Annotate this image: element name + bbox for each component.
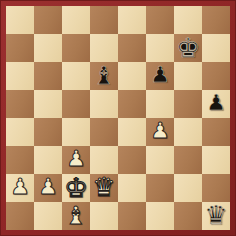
square-d2[interactable]: ♛ xyxy=(90,174,118,202)
square-c1[interactable]: ♝ xyxy=(62,202,90,230)
square-h3[interactable] xyxy=(202,146,230,174)
square-b3[interactable] xyxy=(34,146,62,174)
square-e4[interactable] xyxy=(118,118,146,146)
square-g1[interactable] xyxy=(174,202,202,230)
square-c6[interactable] xyxy=(62,62,90,90)
chess-board: ♚♝♟♟♟♟♟♟♚♛♝♛ xyxy=(6,6,230,230)
piece-black-pawn[interactable]: ♟ xyxy=(206,92,226,114)
square-e2[interactable] xyxy=(118,174,146,202)
square-c8[interactable] xyxy=(62,6,90,34)
square-a1[interactable] xyxy=(6,202,34,230)
square-d3[interactable] xyxy=(90,146,118,174)
square-a6[interactable] xyxy=(6,62,34,90)
piece-white-pawn[interactable]: ♟ xyxy=(66,148,86,170)
piece-white-pawn[interactable]: ♟ xyxy=(38,176,58,198)
square-e7[interactable] xyxy=(118,34,146,62)
square-f5[interactable] xyxy=(146,90,174,118)
chess-board-frame: ♚♝♟♟♟♟♟♟♚♛♝♛ xyxy=(0,0,236,236)
square-c7[interactable] xyxy=(62,34,90,62)
square-g2[interactable] xyxy=(174,174,202,202)
square-b2[interactable]: ♟ xyxy=(34,174,62,202)
square-b5[interactable] xyxy=(34,90,62,118)
square-a5[interactable] xyxy=(6,90,34,118)
square-d4[interactable] xyxy=(90,118,118,146)
square-c2[interactable]: ♚ xyxy=(62,174,90,202)
square-c5[interactable] xyxy=(62,90,90,118)
piece-black-pawn[interactable]: ♟ xyxy=(150,64,170,86)
square-e5[interactable] xyxy=(118,90,146,118)
square-g5[interactable] xyxy=(174,90,202,118)
square-b6[interactable] xyxy=(34,62,62,90)
square-b8[interactable] xyxy=(34,6,62,34)
piece-black-king[interactable]: ♚ xyxy=(176,34,200,61)
square-g6[interactable] xyxy=(174,62,202,90)
square-f7[interactable] xyxy=(146,34,174,62)
square-f4[interactable]: ♟ xyxy=(146,118,174,146)
square-a8[interactable] xyxy=(6,6,34,34)
square-d5[interactable] xyxy=(90,90,118,118)
square-a2[interactable]: ♟ xyxy=(6,174,34,202)
square-f2[interactable] xyxy=(146,174,174,202)
square-d1[interactable] xyxy=(90,202,118,230)
square-e1[interactable] xyxy=(118,202,146,230)
piece-white-pawn[interactable]: ♟ xyxy=(10,176,30,198)
square-f8[interactable] xyxy=(146,6,174,34)
square-h6[interactable] xyxy=(202,62,230,90)
square-a4[interactable] xyxy=(6,118,34,146)
square-f1[interactable] xyxy=(146,202,174,230)
square-f3[interactable] xyxy=(146,146,174,174)
square-d7[interactable] xyxy=(90,34,118,62)
piece-white-bishop[interactable]: ♝ xyxy=(65,203,87,228)
square-e8[interactable] xyxy=(118,6,146,34)
square-h4[interactable] xyxy=(202,118,230,146)
square-h2[interactable] xyxy=(202,174,230,202)
square-h7[interactable] xyxy=(202,34,230,62)
piece-white-queen[interactable]: ♛ xyxy=(92,174,115,200)
square-h1[interactable]: ♛ xyxy=(202,202,230,230)
piece-white-king[interactable]: ♚ xyxy=(64,174,88,201)
square-a3[interactable] xyxy=(6,146,34,174)
square-h5[interactable]: ♟ xyxy=(202,90,230,118)
square-e3[interactable] xyxy=(118,146,146,174)
square-g3[interactable] xyxy=(174,146,202,174)
square-c3[interactable]: ♟ xyxy=(62,146,90,174)
square-b1[interactable] xyxy=(34,202,62,230)
square-f6[interactable]: ♟ xyxy=(146,62,174,90)
square-h8[interactable] xyxy=(202,6,230,34)
square-d8[interactable] xyxy=(90,6,118,34)
square-b7[interactable] xyxy=(34,34,62,62)
square-g8[interactable] xyxy=(174,6,202,34)
piece-white-pawn[interactable]: ♟ xyxy=(150,120,170,142)
square-g4[interactable] xyxy=(174,118,202,146)
piece-black-queen[interactable]: ♛ xyxy=(204,202,227,228)
square-e6[interactable] xyxy=(118,62,146,90)
square-c4[interactable] xyxy=(62,118,90,146)
square-d6[interactable]: ♝ xyxy=(90,62,118,90)
square-g7[interactable]: ♚ xyxy=(174,34,202,62)
piece-black-bishop[interactable]: ♝ xyxy=(93,63,115,88)
square-a7[interactable] xyxy=(6,34,34,62)
square-b4[interactable] xyxy=(34,118,62,146)
